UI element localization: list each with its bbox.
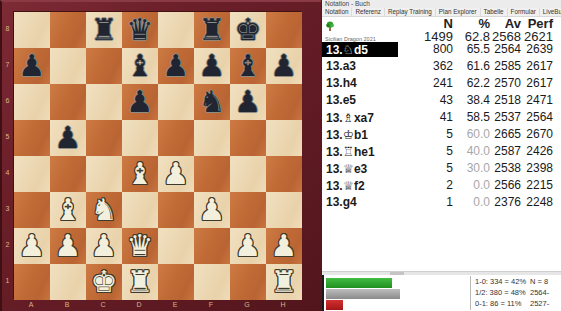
black-pawn-e7: ♟ bbox=[163, 48, 190, 84]
square-b8[interactable] bbox=[50, 12, 86, 48]
tab-formular[interactable]: Formular bbox=[508, 8, 540, 16]
square-h3[interactable] bbox=[266, 192, 302, 228]
move-perf: 2617 bbox=[521, 58, 553, 75]
square-c2[interactable]: ♟ bbox=[86, 228, 122, 264]
move-pct: 62.2 bbox=[453, 75, 490, 92]
square-f7[interactable]: ♟ bbox=[194, 48, 230, 84]
book-move-row-xa7[interactable]: 13.♗xa74158.525372564 bbox=[322, 109, 561, 126]
square-e8[interactable] bbox=[158, 12, 194, 48]
black-bishop-g7: ♝ bbox=[235, 48, 262, 84]
rank-label-7: 7 bbox=[2, 47, 13, 83]
square-h7[interactable]: ♟ bbox=[266, 48, 302, 84]
result-bar-black-wins bbox=[326, 300, 343, 310]
file-labels: ABCDEFGH bbox=[13, 299, 301, 311]
square-e1[interactable] bbox=[158, 264, 194, 300]
white-pawn-c2: ♟ bbox=[91, 228, 118, 264]
result-bar-white-wins bbox=[326, 278, 392, 288]
square-b4[interactable] bbox=[50, 156, 86, 192]
rank-label-3: 3 bbox=[2, 191, 13, 227]
white-bishop-d4: ♝ bbox=[127, 156, 154, 192]
move-text: 13.♗xa7 bbox=[322, 110, 399, 125]
move-n: 5 bbox=[399, 143, 453, 160]
square-b2[interactable]: ♟ bbox=[50, 228, 86, 264]
white-pawn-e4: ♟ bbox=[163, 156, 190, 192]
square-h4[interactable] bbox=[266, 156, 302, 192]
move-n: 362 bbox=[399, 58, 453, 75]
rank-label-2: 2 bbox=[2, 227, 13, 263]
white-king-c1: ♚ bbox=[91, 264, 118, 300]
black-pawn-f7: ♟ bbox=[199, 48, 226, 84]
square-c6[interactable] bbox=[86, 84, 122, 120]
square-g5[interactable] bbox=[230, 120, 266, 156]
move-av: 2538 bbox=[490, 160, 521, 177]
tab-strip: Notation Referenz Replay Training Plan E… bbox=[322, 8, 561, 17]
piece-figurine-icon: ♕ bbox=[343, 161, 354, 176]
square-g2[interactable]: ♟ bbox=[230, 228, 266, 264]
square-d6[interactable]: ♟ bbox=[122, 84, 158, 120]
white-pawn-a2: ♟ bbox=[19, 228, 46, 264]
book-move-row-e3[interactable]: 13.♕e3530.025382398 bbox=[322, 160, 561, 177]
book-move-row-a3[interactable]: 13.a336261.625852617 bbox=[322, 58, 561, 75]
move-n: 2 bbox=[399, 177, 453, 194]
move-perf: 2398 bbox=[521, 160, 553, 177]
square-f8[interactable]: ♜ bbox=[194, 12, 230, 48]
stats-divider bbox=[470, 276, 471, 310]
tab-referenz[interactable]: Referenz bbox=[352, 8, 385, 16]
rank-labels: 87654321 bbox=[2, 11, 13, 299]
move-text: 13.♖he1 bbox=[322, 144, 399, 159]
move-perf: 2426 bbox=[521, 143, 553, 160]
rank-label-5: 5 bbox=[2, 119, 13, 155]
black-pawn-b5: ♟ bbox=[55, 120, 82, 156]
black-rook-c8: ♜ bbox=[91, 12, 118, 48]
move-pct: 60.0 bbox=[453, 126, 490, 143]
move-perf: 2670 bbox=[521, 126, 553, 143]
piece-figurine-icon: ♔ bbox=[343, 127, 354, 142]
move-av: 2585 bbox=[490, 58, 521, 75]
move-text: 13.♔b1 bbox=[322, 127, 399, 142]
white-rook-h1: ♜ bbox=[271, 264, 298, 300]
square-g4[interactable] bbox=[230, 156, 266, 192]
square-e2[interactable] bbox=[158, 228, 194, 264]
square-f4[interactable] bbox=[194, 156, 230, 192]
move-av: 2537 bbox=[490, 109, 521, 126]
square-b7[interactable] bbox=[50, 48, 86, 84]
square-d8[interactable]: ♛ bbox=[122, 12, 158, 48]
square-g7[interactable]: ♝ bbox=[230, 48, 266, 84]
square-c5[interactable] bbox=[86, 120, 122, 156]
rank-label-4: 4 bbox=[2, 155, 13, 191]
move-av: 2570 bbox=[490, 75, 521, 92]
piece-figurine-icon: ♕ bbox=[343, 178, 354, 193]
rank-label-8: 8 bbox=[2, 11, 13, 47]
book-window: Notation - Buch Notation Referenz Replay… bbox=[321, 0, 561, 311]
black-pawn-a7: ♟ bbox=[19, 48, 46, 84]
move-av: 2665 bbox=[490, 126, 521, 143]
black-rook-f8: ♜ bbox=[199, 12, 226, 48]
file-label-a: A bbox=[13, 299, 49, 311]
square-h6[interactable] bbox=[266, 84, 302, 120]
file-label-d: D bbox=[121, 299, 157, 311]
move-pct: 40.0 bbox=[453, 143, 490, 160]
square-b3[interactable]: ♝ bbox=[50, 192, 86, 228]
square-d2[interactable]: ♛ bbox=[122, 228, 158, 264]
square-b6[interactable] bbox=[50, 84, 86, 120]
move-n: 41 bbox=[399, 109, 453, 126]
square-d5[interactable] bbox=[122, 120, 158, 156]
square-g3[interactable] bbox=[230, 192, 266, 228]
book-move-row-f2[interactable]: 13.♕f220.025662215 bbox=[322, 177, 561, 194]
move-av: 2587 bbox=[490, 143, 521, 160]
square-d4[interactable]: ♝ bbox=[122, 156, 158, 192]
result-bar-draws bbox=[326, 289, 400, 299]
move-perf: 2248 bbox=[521, 194, 553, 211]
book-move-row-he1[interactable]: 13.♖he1540.025872426 bbox=[322, 143, 561, 160]
piece-figurine-icon: ♗ bbox=[343, 110, 354, 125]
square-a3[interactable] bbox=[14, 192, 50, 228]
white-pawn-g2: ♟ bbox=[235, 228, 262, 264]
move-n: 5 bbox=[399, 160, 453, 177]
move-n: 43 bbox=[399, 92, 453, 109]
move-av: 2518 bbox=[490, 92, 521, 109]
move-n: 800 bbox=[399, 41, 453, 58]
black-queen-d8: ♛ bbox=[127, 12, 154, 48]
black-pawn-h7: ♟ bbox=[271, 48, 298, 84]
move-text: 13.♘d5 bbox=[322, 42, 398, 57]
black-pawn-d6: ♟ bbox=[127, 84, 154, 120]
square-g8[interactable]: ♚ bbox=[230, 12, 266, 48]
move-perf: 2617 bbox=[521, 75, 553, 92]
chess-board[interactable]: ♜♛♜♚♟♝♟♟♝♟♟♞♟♟♝♟♝♞♟♟♟♟♛♟♟♚♜♜ bbox=[13, 11, 301, 299]
chess-app-window: 87654321 ♜♛♜♚♟♝♟♟♝♟♟♞♟♟♝♟♝♞♟♟♟♟♛♟♟♚♜♜ AB… bbox=[0, 0, 561, 311]
square-e4[interactable]: ♟ bbox=[158, 156, 194, 192]
square-f2[interactable] bbox=[194, 228, 230, 264]
white-pawn-f3: ♟ bbox=[199, 192, 226, 228]
move-text: 13.♕f2 bbox=[322, 178, 399, 193]
square-d1[interactable]: ♜ bbox=[122, 264, 158, 300]
move-text: 13.♕e3 bbox=[322, 161, 399, 176]
move-pct: 0.0 bbox=[453, 177, 490, 194]
result-black-wins: 0-1: 86 = 11% bbox=[475, 299, 521, 308]
move-perf: 2639 bbox=[521, 41, 553, 58]
move-av: 2566 bbox=[490, 177, 521, 194]
book-move-list: 13.♘d580065.52564263913.a336261.62585261… bbox=[322, 41, 561, 211]
move-n: 241 bbox=[399, 75, 453, 92]
square-f5[interactable] bbox=[194, 120, 230, 156]
stats-n-total: N = 8 bbox=[530, 277, 548, 286]
book-move-row-d5[interactable]: 13.♘d580065.525642639 bbox=[322, 41, 561, 58]
white-pawn-h2: ♟ bbox=[271, 228, 298, 264]
square-c1[interactable]: ♚ bbox=[86, 264, 122, 300]
piece-figurine-icon: ♖ bbox=[343, 144, 354, 159]
square-d3[interactable] bbox=[122, 192, 158, 228]
move-av: 2376 bbox=[490, 194, 521, 211]
square-f3[interactable]: ♟ bbox=[194, 192, 230, 228]
stats-elo-range-1: 2564- bbox=[530, 288, 549, 297]
tab-livebuch[interactable]: LiveBuch bbox=[540, 8, 561, 16]
square-a7[interactable]: ♟ bbox=[14, 48, 50, 84]
tab-replay-training[interactable]: Replay Training bbox=[385, 8, 436, 16]
move-pct: 38.4 bbox=[453, 92, 490, 109]
move-text: 13.g4 bbox=[322, 195, 399, 210]
move-perf: 2471 bbox=[521, 92, 553, 109]
square-h5[interactable] bbox=[266, 120, 302, 156]
square-a8[interactable] bbox=[14, 12, 50, 48]
tab-tabelle[interactable]: Tabelle bbox=[481, 8, 508, 16]
move-perf: 2564 bbox=[521, 109, 553, 126]
chess-board-panel: 87654321 ♜♛♜♚♟♝♟♟♝♟♟♞♟♟♝♟♝♞♟♟♟♟♛♟♟♚♜♜ AB… bbox=[0, 0, 321, 311]
square-a4[interactable] bbox=[14, 156, 50, 192]
statistics-footer: 1-0: 334 = 42% 1/2: 380 = 48% 0-1: 86 = … bbox=[322, 275, 561, 311]
black-bishop-d7: ♝ bbox=[127, 48, 154, 84]
file-label-g: G bbox=[229, 299, 265, 311]
square-a1[interactable] bbox=[14, 264, 50, 300]
square-a2[interactable]: ♟ bbox=[14, 228, 50, 264]
move-text: 13.h4 bbox=[322, 76, 399, 91]
white-queen-d2: ♛ bbox=[127, 228, 154, 264]
result-draws: 1/2: 380 = 48% bbox=[475, 288, 526, 297]
square-g1[interactable] bbox=[230, 264, 266, 300]
book-move-row-b1[interactable]: 13.♔b1560.026652670 bbox=[322, 126, 561, 143]
white-knight-c3: ♞ bbox=[91, 192, 118, 228]
file-label-h: H bbox=[265, 299, 301, 311]
move-perf: 2215 bbox=[521, 177, 553, 194]
book-move-row-h4[interactable]: 13.h424162.225702617 bbox=[322, 75, 561, 92]
move-text: 13.a3 bbox=[322, 59, 399, 74]
square-e5[interactable] bbox=[158, 120, 194, 156]
white-bishop-b3: ♝ bbox=[55, 192, 82, 228]
square-c4[interactable] bbox=[86, 156, 122, 192]
move-pct: 58.5 bbox=[453, 109, 490, 126]
book-content: Sicilian Dragon 2021 N % Av Perf 1499 62… bbox=[322, 17, 561, 271]
square-h1[interactable]: ♜ bbox=[266, 264, 302, 300]
square-e3[interactable] bbox=[158, 192, 194, 228]
book-move-row-g4[interactable]: 13.g410.023762248 bbox=[322, 194, 561, 211]
move-text: 13.e5 bbox=[322, 93, 399, 108]
window-title-bar[interactable]: Notation - Buch bbox=[322, 0, 561, 8]
square-b5[interactable]: ♟ bbox=[50, 120, 86, 156]
square-g6[interactable]: ♟ bbox=[230, 84, 266, 120]
piece-figurine-icon: ♘ bbox=[343, 42, 354, 57]
square-b1[interactable] bbox=[50, 264, 86, 300]
file-label-b: B bbox=[49, 299, 85, 311]
tab-notation[interactable]: Notation bbox=[322, 8, 352, 16]
white-pawn-b2: ♟ bbox=[55, 228, 82, 264]
file-label-f: F bbox=[193, 299, 229, 311]
move-pct: 65.5 bbox=[453, 41, 490, 58]
move-pct: 0.0 bbox=[453, 194, 490, 211]
book-move-row-e5[interactable]: 13.e54338.425182471 bbox=[322, 92, 561, 109]
square-e6[interactable] bbox=[158, 84, 194, 120]
black-pawn-g6: ♟ bbox=[235, 84, 262, 120]
file-label-c: C bbox=[85, 299, 121, 311]
file-label-e: E bbox=[157, 299, 193, 311]
square-a5[interactable] bbox=[14, 120, 50, 156]
stats-elo-range-2: 2527- bbox=[530, 299, 549, 308]
square-a6[interactable] bbox=[14, 84, 50, 120]
rank-label-6: 6 bbox=[2, 83, 13, 119]
result-white-wins: 1-0: 334 = 42% bbox=[475, 277, 526, 286]
square-h2[interactable]: ♟ bbox=[266, 228, 302, 264]
square-d7[interactable]: ♝ bbox=[122, 48, 158, 84]
move-n: 5 bbox=[399, 126, 453, 143]
square-c3[interactable]: ♞ bbox=[86, 192, 122, 228]
square-h8[interactable] bbox=[266, 12, 302, 48]
black-knight-f6: ♞ bbox=[199, 84, 226, 120]
black-king-g8: ♚ bbox=[235, 12, 262, 48]
square-c8[interactable]: ♜ bbox=[86, 12, 122, 48]
square-f6[interactable]: ♞ bbox=[194, 84, 230, 120]
white-rook-d1: ♜ bbox=[127, 264, 154, 300]
move-n: 1 bbox=[399, 194, 453, 211]
move-pct: 61.6 bbox=[453, 58, 490, 75]
square-e7[interactable]: ♟ bbox=[158, 48, 194, 84]
move-av: 2564 bbox=[490, 41, 521, 58]
tab-plan-explorer[interactable]: Plan Explorer bbox=[436, 8, 481, 16]
move-pct: 30.0 bbox=[453, 160, 490, 177]
square-c7[interactable] bbox=[86, 48, 122, 84]
rank-label-1: 1 bbox=[2, 263, 13, 299]
square-f1[interactable] bbox=[194, 264, 230, 300]
